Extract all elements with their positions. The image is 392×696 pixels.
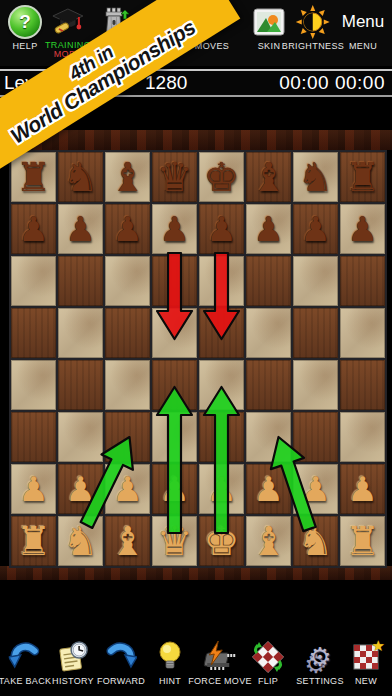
white-rook-a1: ♜ xyxy=(11,516,56,566)
black-rook-h8: ♜ xyxy=(340,152,385,202)
black-pawn-f7: ♟ xyxy=(246,204,291,254)
square-e6[interactable] xyxy=(199,256,244,306)
white-bishop-c1: ♝ xyxy=(105,516,150,566)
new-label: NEW xyxy=(353,676,379,686)
black-pawn-g7: ♟ xyxy=(293,204,338,254)
undo-arrow-icon xyxy=(9,641,41,673)
square-c4[interactable] xyxy=(105,360,150,410)
square-a7[interactable]: ♟ xyxy=(11,204,56,254)
square-b6[interactable] xyxy=(58,256,103,306)
brightness-button[interactable]: BRIGHTNESS xyxy=(282,4,345,51)
square-f5[interactable] xyxy=(246,308,291,358)
square-a1[interactable]: ♜ xyxy=(11,516,56,566)
game-clocks: 00:00 00:00 xyxy=(279,72,385,94)
black-pawn-d7: ♟ xyxy=(152,204,197,254)
forward-label: FORWARD xyxy=(97,676,145,686)
square-g6[interactable] xyxy=(293,256,338,306)
square-c2[interactable]: ♟ xyxy=(105,464,150,514)
elo-value: 1280 xyxy=(145,72,187,94)
square-a2[interactable]: ♟ xyxy=(11,464,56,514)
square-b3[interactable] xyxy=(58,412,103,462)
white-pawn-d2: ♟ xyxy=(152,464,197,514)
black-pawn-c7: ♟ xyxy=(105,204,150,254)
history-button[interactable]: HISTORY xyxy=(52,639,94,686)
square-h7[interactable]: ♟ xyxy=(340,204,385,254)
square-b4[interactable] xyxy=(58,360,103,410)
square-a8[interactable]: ♜ xyxy=(11,152,56,202)
square-h1[interactable]: ♜ xyxy=(340,516,385,566)
question-icon: ? xyxy=(8,5,42,39)
square-f2[interactable]: ♟ xyxy=(246,464,291,514)
flip-button[interactable]: FLIP xyxy=(250,639,286,686)
menu-button[interactable]: Menu MENU xyxy=(342,4,385,51)
square-h8[interactable]: ♜ xyxy=(340,152,385,202)
square-a4[interactable] xyxy=(11,360,56,410)
menu-word: Menu xyxy=(342,5,385,39)
square-c1[interactable]: ♝ xyxy=(105,516,150,566)
new-game-button[interactable]: ★ NEW xyxy=(353,639,379,686)
square-d1[interactable]: ♛ xyxy=(152,516,197,566)
square-g7[interactable]: ♟ xyxy=(293,204,338,254)
square-d3[interactable] xyxy=(152,412,197,462)
graduation-cap-icon xyxy=(51,5,85,39)
black-queen-d8: ♛ xyxy=(152,152,197,202)
help-button[interactable]: ? HELP xyxy=(8,4,42,51)
black-rook-a8: ♜ xyxy=(11,152,56,202)
help-label: HELP xyxy=(8,41,42,51)
square-b1[interactable]: ♞ xyxy=(58,516,103,566)
white-pawn-c2: ♟ xyxy=(105,464,150,514)
take-back-button[interactable]: TAKE BACK xyxy=(0,639,51,686)
square-g5[interactable] xyxy=(293,308,338,358)
chess-board: ♜♞♝♛♚♝♞♜♟♟♟♟♟♟♟♟♟♟♟♟♟♟♟♟♜♞♝♛♚♝♞♜ xyxy=(9,150,387,568)
white-rook-h1: ♜ xyxy=(340,516,385,566)
table-wood-bottom xyxy=(0,566,392,580)
settings-label: SETTINGS xyxy=(296,676,343,686)
white-pawn-f2: ♟ xyxy=(246,464,291,514)
menu-label: MENU xyxy=(342,41,385,51)
square-f8[interactable]: ♝ xyxy=(246,152,291,202)
white-knight-b1: ♞ xyxy=(58,516,103,566)
square-h3[interactable] xyxy=(340,412,385,462)
square-f1[interactable]: ♝ xyxy=(246,516,291,566)
force-move-label: FORCE MOVE xyxy=(188,676,252,686)
square-e3[interactable] xyxy=(199,412,244,462)
square-e8[interactable]: ♚ xyxy=(199,152,244,202)
black-pawn-e7: ♟ xyxy=(199,204,244,254)
white-pawn-a2: ♟ xyxy=(11,464,56,514)
skin-label: SKIN xyxy=(253,41,285,51)
square-h5[interactable] xyxy=(340,308,385,358)
square-c3[interactable] xyxy=(105,412,150,462)
square-b2[interactable]: ♟ xyxy=(58,464,103,514)
white-queen-d1: ♛ xyxy=(152,516,197,566)
square-f3[interactable] xyxy=(246,412,291,462)
redo-arrow-icon xyxy=(105,641,137,673)
black-pawn-h7: ♟ xyxy=(340,204,385,254)
bottom-toolbar: TAKE BACK HISTORY xyxy=(0,636,392,696)
black-pawn-a7: ♟ xyxy=(11,204,56,254)
square-b5[interactable] xyxy=(58,308,103,358)
square-b8[interactable]: ♞ xyxy=(58,152,103,202)
square-h2[interactable]: ♟ xyxy=(340,464,385,514)
square-d5[interactable] xyxy=(152,308,197,358)
square-e1[interactable]: ♚ xyxy=(199,516,244,566)
square-c5[interactable] xyxy=(105,308,150,358)
skin-button[interactable]: SKIN xyxy=(253,4,285,51)
white-knight-g1: ♞ xyxy=(293,516,338,566)
square-d7[interactable]: ♟ xyxy=(152,204,197,254)
cpu-lightning-icon xyxy=(203,641,237,673)
table-wood-top xyxy=(0,130,392,150)
force-move-button[interactable]: FORCE MOVE xyxy=(188,639,252,686)
square-g3[interactable] xyxy=(293,412,338,462)
white-pawn-g2: ♟ xyxy=(293,464,338,514)
square-a5[interactable] xyxy=(11,308,56,358)
take-back-label: TAKE BACK xyxy=(0,676,51,686)
square-b7[interactable]: ♟ xyxy=(58,204,103,254)
hint-label: HINT xyxy=(157,676,183,686)
square-d2[interactable]: ♟ xyxy=(152,464,197,514)
chess-app-screen: ? HELP TRAINING MODE xyxy=(0,0,392,696)
square-h4[interactable] xyxy=(340,360,385,410)
lightbulb-icon xyxy=(157,640,183,674)
square-e7[interactable]: ♟ xyxy=(199,204,244,254)
settings-button[interactable]: ⚙ SETTINGS xyxy=(296,639,343,686)
white-king-e1: ♚ xyxy=(199,516,244,566)
white-pawn-e2: ♟ xyxy=(199,464,244,514)
square-g2[interactable]: ♟ xyxy=(293,464,338,514)
square-g4[interactable] xyxy=(293,360,338,410)
square-e2[interactable]: ♟ xyxy=(199,464,244,514)
hint-button[interactable]: HINT xyxy=(157,639,183,686)
square-h6[interactable] xyxy=(340,256,385,306)
star-icon: ★ xyxy=(372,637,385,655)
square-e4[interactable] xyxy=(199,360,244,410)
flip-board-icon xyxy=(250,640,286,674)
black-knight-b8: ♞ xyxy=(58,152,103,202)
brightness-label: BRIGHTNESS xyxy=(282,41,345,51)
black-bishop-c8: ♝ xyxy=(105,152,150,202)
square-f6[interactable] xyxy=(246,256,291,306)
square-d4[interactable] xyxy=(152,360,197,410)
square-c6[interactable] xyxy=(105,256,150,306)
picture-icon xyxy=(253,8,285,36)
forward-button[interactable]: FORWARD xyxy=(97,639,145,686)
history-label: HISTORY xyxy=(52,676,94,686)
square-a6[interactable] xyxy=(11,256,56,306)
white-pawn-b2: ♟ xyxy=(58,464,103,514)
square-d6[interactable] xyxy=(152,256,197,306)
black-knight-g8: ♞ xyxy=(293,152,338,202)
square-f4[interactable] xyxy=(246,360,291,410)
square-g1[interactable]: ♞ xyxy=(293,516,338,566)
gears-icon: ⚙ xyxy=(308,642,331,672)
black-bishop-f8: ♝ xyxy=(246,152,291,202)
square-c7[interactable]: ♟ xyxy=(105,204,150,254)
square-a3[interactable] xyxy=(11,412,56,462)
white-bishop-f1: ♝ xyxy=(246,516,291,566)
square-g8[interactable]: ♞ xyxy=(293,152,338,202)
sun-icon xyxy=(296,5,330,39)
black-king-e8: ♚ xyxy=(199,152,244,202)
black-pawn-b7: ♟ xyxy=(58,204,103,254)
square-c8[interactable]: ♝ xyxy=(105,152,150,202)
notes-clock-icon xyxy=(57,641,89,673)
flip-label: FLIP xyxy=(250,676,286,686)
square-d8[interactable]: ♛ xyxy=(152,152,197,202)
square-f7[interactable]: ♟ xyxy=(246,204,291,254)
white-pawn-h2: ♟ xyxy=(340,464,385,514)
square-e5[interactable] xyxy=(199,308,244,358)
